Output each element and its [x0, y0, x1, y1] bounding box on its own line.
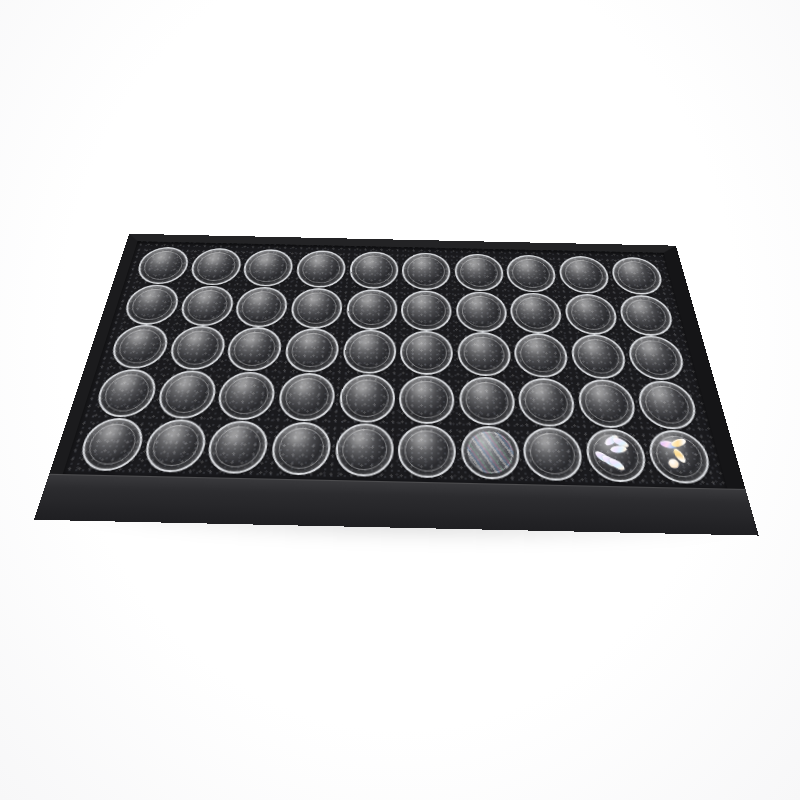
gem-pot: [338, 374, 396, 423]
gem-pot: [401, 290, 453, 331]
gem-pot: [294, 250, 346, 288]
gem-pot: [289, 288, 344, 329]
gem-pot: [177, 285, 237, 326]
gem-pot: [455, 291, 508, 332]
gem-pot: [233, 286, 290, 327]
gem-pot: [399, 375, 455, 424]
gem-pot: [345, 289, 398, 330]
gem-pot: [625, 336, 688, 381]
gem-pot: [609, 257, 666, 295]
gem-pot: [333, 423, 394, 477]
glitter-foam-insert: [63, 241, 728, 488]
rhinestone: [660, 440, 677, 450]
gem-pot: [458, 376, 516, 425]
pot-grid: [73, 247, 717, 485]
gem-pot: [348, 251, 398, 289]
gem-pot: [563, 293, 621, 335]
gem-pot: [460, 425, 521, 479]
gem-pot: [76, 417, 149, 471]
gem-pot: [134, 247, 193, 285]
gem-pot: [224, 327, 284, 372]
gem-pot: [341, 329, 396, 374]
gem-pot: [154, 370, 220, 419]
gem-pot: [616, 295, 676, 337]
gem-pot: [276, 373, 336, 422]
gem-pot: [509, 292, 564, 333]
gem-pot: [522, 427, 586, 481]
gem-pot: [576, 379, 640, 429]
gem-pot: [166, 326, 229, 371]
gem-pot: [400, 331, 454, 376]
gem-pot: [517, 378, 578, 427]
gem-pot: [506, 255, 559, 293]
gem-pot: [283, 328, 341, 373]
gem-pot: [583, 428, 650, 482]
gem-pot: [644, 429, 714, 484]
rhinestone: [603, 434, 620, 448]
gem-pot: [92, 369, 161, 418]
gem-pot: [557, 256, 612, 294]
rhinestone: [609, 446, 627, 454]
gem-pot: [454, 254, 505, 292]
product-photo: [0, 0, 800, 800]
gem-pot: [513, 333, 571, 378]
holographic-film: [466, 430, 516, 474]
gem-pot: [398, 424, 457, 478]
rhinestone: [612, 436, 630, 450]
gem-pot: [121, 284, 183, 325]
rhinestone: [669, 438, 687, 449]
gem-pot: [215, 371, 278, 420]
gem-pot: [204, 420, 271, 474]
display-tray: [49, 234, 745, 489]
gem-pot: [107, 325, 172, 370]
gem-pot: [187, 248, 244, 286]
gem-pot: [241, 249, 296, 287]
gem-pot: [402, 252, 451, 290]
gem-pot: [634, 380, 700, 430]
gem-pot: [457, 332, 512, 377]
gem-pot: [140, 419, 210, 473]
gem-pot: [269, 421, 333, 475]
gem-pot: [569, 334, 630, 379]
